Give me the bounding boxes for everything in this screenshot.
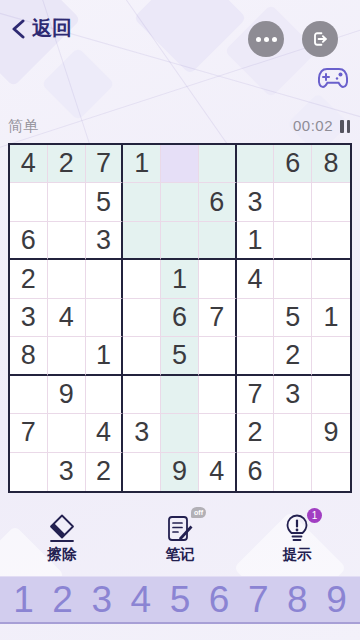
sudoku-cell[interactable]: 2 [237, 414, 275, 452]
exit-icon [310, 29, 330, 49]
sudoku-cell[interactable]: 7 [237, 376, 275, 414]
sudoku-app: 返回 简单 00:02 4271685636312143467518152973… [0, 0, 360, 640]
notes-icon: off [166, 511, 194, 543]
erase-button[interactable]: 擦除 [30, 511, 94, 564]
sudoku-cell[interactable]: 1 [237, 222, 275, 260]
sudoku-cell[interactable]: 7 [10, 414, 48, 452]
back-chevron-icon [12, 19, 25, 39]
sudoku-cell[interactable] [48, 414, 86, 452]
timer: 00:02 [293, 117, 333, 134]
sudoku-cell[interactable] [237, 145, 275, 183]
erase-label: 擦除 [48, 545, 77, 564]
difficulty-label: 简单 [8, 117, 38, 136]
sudoku-cell[interactable] [123, 453, 161, 491]
sudoku-cell[interactable]: 3 [274, 376, 312, 414]
sudoku-cell[interactable]: 9 [161, 453, 199, 491]
sudoku-cell[interactable] [48, 260, 86, 298]
sudoku-cell[interactable]: 7 [199, 299, 237, 337]
sudoku-cell[interactable] [123, 222, 161, 260]
number-pad: 123456789 [0, 576, 360, 624]
sudoku-cell[interactable]: 3 [10, 299, 48, 337]
sudoku-cell[interactable] [199, 260, 237, 298]
notes-off-badge: off [191, 507, 206, 518]
sudoku-cell[interactable]: 2 [274, 337, 312, 375]
notes-label: 笔记 [166, 545, 195, 564]
sudoku-cell[interactable]: 7 [86, 145, 124, 183]
sudoku-cell[interactable]: 6 [161, 299, 199, 337]
sudoku-cell[interactable]: 6 [274, 145, 312, 183]
sudoku-cell[interactable]: 3 [123, 414, 161, 452]
sudoku-cell[interactable] [10, 453, 48, 491]
sudoku-cell[interactable] [274, 453, 312, 491]
sudoku-cell[interactable] [161, 222, 199, 260]
sudoku-cell[interactable]: 4 [86, 414, 124, 452]
sudoku-cell[interactable]: 3 [48, 453, 86, 491]
sudoku-cell[interactable] [274, 222, 312, 260]
numpad-key-1[interactable]: 1 [6, 581, 42, 618]
hint-label: 提示 [283, 545, 312, 564]
sudoku-cell[interactable] [274, 183, 312, 221]
pause-button[interactable] [340, 119, 350, 133]
sudoku-cell[interactable] [199, 222, 237, 260]
numpad-key-4[interactable]: 4 [123, 581, 159, 618]
sudoku-cell[interactable] [123, 376, 161, 414]
sudoku-cell[interactable]: 4 [10, 145, 48, 183]
sudoku-cell[interactable]: 3 [237, 183, 275, 221]
numpad-key-8[interactable]: 8 [279, 581, 315, 618]
sudoku-cell[interactable] [161, 376, 199, 414]
sudoku-cell[interactable]: 2 [10, 260, 48, 298]
sudoku-cell[interactable] [48, 337, 86, 375]
sudoku-cell[interactable] [161, 183, 199, 221]
notes-button[interactable]: off 笔记 [148, 511, 212, 564]
sudoku-cell[interactable] [199, 414, 237, 452]
exit-button[interactable] [302, 21, 338, 57]
sudoku-cell[interactable] [10, 376, 48, 414]
numpad-key-2[interactable]: 2 [45, 581, 81, 618]
sudoku-cell[interactable] [274, 414, 312, 452]
hint-button[interactable]: 1 提示 [265, 511, 329, 564]
sudoku-cell[interactable] [86, 260, 124, 298]
sudoku-cell[interactable]: 1 [123, 145, 161, 183]
sudoku-cell[interactable] [48, 183, 86, 221]
sudoku-cell[interactable] [123, 337, 161, 375]
sudoku-cell[interactable]: 5 [86, 183, 124, 221]
sudoku-cell[interactable]: 1 [86, 337, 124, 375]
sudoku-cell[interactable]: 2 [48, 145, 86, 183]
back-button[interactable]: 返回 [12, 15, 72, 42]
numpad-key-5[interactable]: 5 [162, 581, 198, 618]
sudoku-cell[interactable]: 9 [48, 376, 86, 414]
sudoku-cell[interactable] [312, 453, 350, 491]
sudoku-cell[interactable]: 6 [10, 222, 48, 260]
numpad-key-3[interactable]: 3 [84, 581, 120, 618]
sudoku-cell[interactable]: 5 [274, 299, 312, 337]
sudoku-cell[interactable] [161, 145, 199, 183]
sudoku-cell[interactable]: 4 [237, 260, 275, 298]
sudoku-cell[interactable] [199, 376, 237, 414]
sudoku-cell[interactable] [86, 376, 124, 414]
sudoku-cell[interactable] [123, 260, 161, 298]
numpad-key-9[interactable]: 9 [318, 581, 354, 618]
back-label: 返回 [32, 15, 72, 42]
sudoku-cell[interactable] [274, 260, 312, 298]
ellipsis-icon [256, 37, 277, 42]
sudoku-cell[interactable] [312, 183, 350, 221]
gamepad-icon[interactable] [316, 64, 350, 96]
pause-icon [340, 120, 344, 133]
sudoku-cell[interactable]: 5 [161, 337, 199, 375]
numpad-key-7[interactable]: 7 [240, 581, 276, 618]
sudoku-cell[interactable] [123, 299, 161, 337]
hint-icon: 1 [283, 511, 311, 543]
sudoku-cell[interactable]: 2 [86, 453, 124, 491]
numpad-key-6[interactable]: 6 [201, 581, 237, 618]
sudoku-cell[interactable] [237, 299, 275, 337]
sudoku-cell[interactable] [312, 337, 350, 375]
eraser-icon [47, 511, 77, 543]
sudoku-cell[interactable]: 6 [237, 453, 275, 491]
hint-badge: 1 [307, 508, 322, 523]
bg-diamond [41, 47, 115, 121]
sudoku-cell[interactable]: 4 [199, 453, 237, 491]
sudoku-cell[interactable]: 8 [10, 337, 48, 375]
sudoku-cell[interactable]: 9 [312, 414, 350, 452]
sudoku-cell[interactable] [48, 222, 86, 260]
toolbar: 擦除 off 笔记 [0, 511, 360, 565]
sudoku-cell[interactable] [199, 145, 237, 183]
sudoku-cell[interactable] [123, 183, 161, 221]
more-button[interactable] [248, 21, 284, 57]
sudoku-cell[interactable] [312, 376, 350, 414]
bg-diamond [133, 0, 246, 75]
bg-diamond [0, 0, 81, 87]
sudoku-cell[interactable] [312, 222, 350, 260]
sudoku-cell[interactable]: 4 [48, 299, 86, 337]
sudoku-cell[interactable] [86, 299, 124, 337]
sudoku-cell[interactable]: 8 [312, 145, 350, 183]
sudoku-cell[interactable]: 1 [312, 299, 350, 337]
sudoku-cell[interactable]: 1 [161, 260, 199, 298]
sudoku-cell[interactable] [237, 337, 275, 375]
sudoku-cell[interactable]: 6 [199, 183, 237, 221]
sudoku-grid: 42716856363121434675181529737432932946 [8, 143, 352, 493]
sudoku-cell[interactable] [199, 337, 237, 375]
sudoku-cell[interactable] [312, 260, 350, 298]
sudoku-cell[interactable] [161, 414, 199, 452]
sudoku-cell[interactable]: 3 [86, 222, 124, 260]
sudoku-cell[interactable] [10, 183, 48, 221]
